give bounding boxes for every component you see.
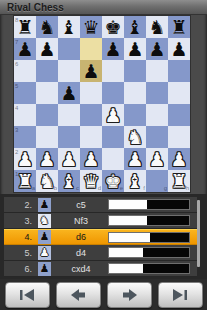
- evaluation-bar-white-portion: [109, 200, 147, 209]
- evaluation-bar-white-portion: [109, 216, 147, 225]
- black-pawn-icon: ♟: [38, 198, 51, 212]
- file-label-e: e: [120, 185, 123, 191]
- move-row-cxd4[interactable]: 6.♟cxd4: [4, 261, 197, 277]
- square-d2[interactable]: ♟: [80, 148, 102, 170]
- square-f5[interactable]: [124, 82, 146, 104]
- go-to-end-button[interactable]: [158, 282, 203, 308]
- app-title: Rival Chess: [7, 2, 64, 13]
- square-d7[interactable]: [80, 38, 102, 60]
- chess-board: 8♜♞♝♛♚♝♞♜7♟♟♟♟♟♟6♟5♟4♟3♞2♟♟♟♟♟♟♟1a♜b♞c♝d…: [14, 16, 190, 192]
- evaluation-bar-white-portion: [109, 248, 143, 257]
- square-g1[interactable]: g: [146, 170, 168, 192]
- piece-black-knight: ♞: [146, 16, 168, 38]
- square-a5[interactable]: 5: [14, 82, 36, 104]
- piece-black-pawn: ♟: [14, 38, 36, 60]
- arrow-left-icon: [71, 289, 86, 301]
- evaluation-bar: [108, 247, 190, 258]
- square-a7[interactable]: 7♟: [14, 38, 36, 60]
- piece-white-knight: ♞: [36, 170, 58, 192]
- app-title-bar: Rival Chess: [0, 0, 207, 15]
- square-e3[interactable]: [102, 126, 124, 148]
- rank-label-1: 1: [15, 171, 18, 177]
- square-e4[interactable]: ♟: [102, 104, 124, 126]
- square-f1[interactable]: f♝: [124, 170, 146, 192]
- piece-white-rook: ♜: [14, 170, 36, 192]
- black-pawn-icon: ♟: [38, 262, 51, 276]
- square-e7[interactable]: ♟: [102, 38, 124, 60]
- square-f7[interactable]: ♟: [124, 38, 146, 60]
- file-label-d: d: [98, 185, 101, 191]
- square-f4[interactable]: [124, 104, 146, 126]
- file-label-h: h: [186, 185, 189, 191]
- square-g6[interactable]: [146, 60, 168, 82]
- white-pawn-icon: ♟: [38, 246, 51, 260]
- white-knight-glyph: ♞: [38, 214, 51, 228]
- square-f3[interactable]: ♞: [124, 126, 146, 148]
- rank-label-4: 4: [15, 105, 18, 111]
- square-e2[interactable]: [102, 148, 124, 170]
- evaluation-bar: [108, 263, 190, 274]
- file-label-f: f: [143, 185, 145, 191]
- piece-black-pawn: ♟: [124, 38, 146, 60]
- piece-white-queen: ♛: [80, 170, 102, 192]
- move-row-c5[interactable]: 2.♟c5: [4, 197, 197, 213]
- piece-black-king: ♚: [102, 16, 124, 38]
- move-number: 4.: [4, 232, 32, 242]
- black-pawn-icon: ♟: [38, 230, 51, 244]
- piece-black-pawn: ♟: [168, 38, 190, 60]
- piece-white-pawn: ♟: [14, 148, 36, 170]
- square-h7[interactable]: ♟: [168, 38, 190, 60]
- piece-black-rook: ♜: [168, 16, 190, 38]
- square-c6[interactable]: [58, 60, 80, 82]
- square-f6[interactable]: [124, 60, 146, 82]
- black-pawn-glyph: ♟: [38, 262, 51, 276]
- square-e1[interactable]: e♚: [102, 170, 124, 192]
- square-d8[interactable]: ♛: [80, 16, 102, 38]
- rank-label-2: 2: [15, 149, 18, 155]
- square-h6[interactable]: [168, 60, 190, 82]
- square-a2[interactable]: 2♟: [14, 148, 36, 170]
- square-g5[interactable]: [146, 82, 168, 104]
- evaluation-bar-white-portion: [109, 264, 143, 273]
- move-list: 2.♟c53.♞Nf34.♟d65.♟d46.♟cxd4: [0, 194, 207, 279]
- square-c1[interactable]: c♝: [58, 170, 80, 192]
- evaluation-bar-white-portion: [109, 233, 150, 242]
- rank-label-3: 3: [15, 127, 18, 133]
- black-pawn-glyph: ♟: [38, 198, 51, 212]
- square-a1[interactable]: 1a♜: [14, 170, 36, 192]
- move-row-d6[interactable]: 4.♟d6: [4, 229, 197, 245]
- square-b8[interactable]: ♞: [36, 16, 58, 38]
- square-h8[interactable]: ♜: [168, 16, 190, 38]
- square-d6[interactable]: ♟: [80, 60, 102, 82]
- square-g4[interactable]: [146, 104, 168, 126]
- piece-black-bishop: ♝: [124, 16, 146, 38]
- piece-black-rook: ♜: [14, 16, 36, 38]
- black-pawn-glyph: ♟: [38, 230, 51, 244]
- square-g7[interactable]: ♟: [146, 38, 168, 60]
- move-san: cxd4: [58, 264, 104, 274]
- move-number: 5.: [4, 248, 32, 258]
- square-d5[interactable]: [80, 82, 102, 104]
- piece-white-pawn: ♟: [146, 148, 168, 170]
- move-number: 3.: [4, 216, 32, 226]
- piece-white-king: ♚: [102, 170, 124, 192]
- square-d1[interactable]: d♛: [80, 170, 102, 192]
- piece-white-pawn: ♟: [102, 104, 124, 126]
- file-label-b: b: [54, 185, 57, 191]
- move-list-scrollbar[interactable]: [197, 200, 200, 267]
- square-a8[interactable]: 8♜: [14, 16, 36, 38]
- piece-black-pawn: ♟: [146, 38, 168, 60]
- skip-to-end-icon: [172, 289, 188, 301]
- square-b7[interactable]: ♟: [36, 38, 58, 60]
- go-to-start-button[interactable]: [5, 282, 50, 308]
- move-number: 2.: [4, 200, 32, 210]
- piece-black-knight: ♞: [36, 16, 58, 38]
- square-h3[interactable]: [168, 126, 190, 148]
- move-number: 6.: [4, 264, 32, 274]
- piece-black-queen: ♛: [80, 16, 102, 38]
- move-row-Nf3[interactable]: 3.♞Nf3: [4, 213, 197, 229]
- piece-white-pawn: ♟: [124, 148, 146, 170]
- rank-label-6: 6: [15, 61, 18, 67]
- square-c8[interactable]: ♝: [58, 16, 80, 38]
- arrow-right-icon: [122, 289, 137, 301]
- evaluation-bar: [108, 215, 190, 226]
- rival-chess-app: Rival Chess 8♜♞♝♛♚♝♞♜7♟♟♟♟♟♟6♟5♟4♟3♞2♟♟♟…: [0, 0, 207, 310]
- piece-black-bishop: ♝: [58, 16, 80, 38]
- move-san: d4: [58, 248, 104, 258]
- piece-black-pawn: ♟: [102, 38, 124, 60]
- white-pawn-glyph: ♟: [38, 246, 51, 260]
- piece-black-pawn: ♟: [80, 60, 102, 82]
- square-f8[interactable]: ♝: [124, 16, 146, 38]
- piece-black-pawn: ♟: [36, 38, 58, 60]
- square-b2[interactable]: ♟: [36, 148, 58, 170]
- piece-white-knight: ♞: [124, 126, 146, 148]
- square-e5[interactable]: [102, 82, 124, 104]
- square-h2[interactable]: ♟: [168, 148, 190, 170]
- white-knight-icon: ♞: [38, 214, 51, 228]
- move-san: Nf3: [58, 216, 104, 226]
- square-b1[interactable]: b♞: [36, 170, 58, 192]
- piece-white-pawn: ♟: [80, 148, 102, 170]
- evaluation-bar: [108, 232, 190, 243]
- navigation-bar: [0, 279, 207, 310]
- square-c7[interactable]: [58, 38, 80, 60]
- file-label-g: g: [164, 185, 167, 191]
- skip-to-start-icon: [19, 289, 35, 301]
- file-label-a: a: [32, 185, 35, 191]
- square-b5[interactable]: [36, 82, 58, 104]
- rank-label-7: 7: [15, 39, 18, 45]
- piece-white-pawn: ♟: [58, 148, 80, 170]
- move-san: d6: [58, 232, 104, 242]
- square-f2[interactable]: ♟: [124, 148, 146, 170]
- square-e6[interactable]: [102, 60, 124, 82]
- square-d3[interactable]: [80, 126, 102, 148]
- evaluation-bar: [108, 199, 190, 210]
- square-h5[interactable]: [168, 82, 190, 104]
- square-h1[interactable]: h♜: [168, 170, 190, 192]
- piece-white-rook: ♜: [168, 170, 190, 192]
- square-a6[interactable]: 6: [14, 60, 36, 82]
- piece-black-pawn: ♟: [58, 82, 80, 104]
- rank-label-8: 8: [15, 17, 18, 23]
- next-move-button[interactable]: [107, 282, 152, 308]
- square-b3[interactable]: [36, 126, 58, 148]
- square-h4[interactable]: [168, 104, 190, 126]
- previous-move-button[interactable]: [56, 282, 101, 308]
- rank-label-5: 5: [15, 83, 18, 89]
- file-label-c: c: [76, 185, 79, 191]
- move-san: c5: [58, 200, 104, 210]
- square-a4[interactable]: 4: [14, 104, 36, 126]
- piece-white-bishop: ♝: [58, 170, 80, 192]
- square-e8[interactable]: ♚: [102, 16, 124, 38]
- square-b4[interactable]: [36, 104, 58, 126]
- square-g3[interactable]: [146, 126, 168, 148]
- move-row-d4[interactable]: 5.♟d4: [4, 245, 197, 261]
- square-b6[interactable]: [36, 60, 58, 82]
- square-g8[interactable]: ♞: [146, 16, 168, 38]
- piece-white-pawn: ♟: [168, 148, 190, 170]
- square-c4[interactable]: [58, 104, 80, 126]
- square-c3[interactable]: [58, 126, 80, 148]
- piece-white-bishop: ♝: [124, 170, 146, 192]
- square-c2[interactable]: ♟: [58, 148, 80, 170]
- square-a3[interactable]: 3: [14, 126, 36, 148]
- piece-white-pawn: ♟: [36, 148, 58, 170]
- square-g2[interactable]: ♟: [146, 148, 168, 170]
- square-d4[interactable]: [80, 104, 102, 126]
- square-c5[interactable]: ♟: [58, 82, 80, 104]
